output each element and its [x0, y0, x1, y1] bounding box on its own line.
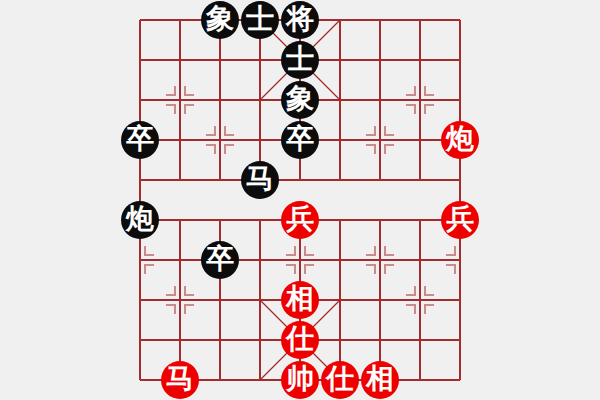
- point-7-9[interactable]: [400, 360, 440, 400]
- point-2-5[interactable]: [200, 200, 240, 240]
- point-3-8[interactable]: [240, 320, 280, 360]
- point-5-1[interactable]: [320, 40, 360, 80]
- point-3-3[interactable]: [240, 120, 280, 160]
- point-8-8[interactable]: [440, 320, 480, 360]
- point-8-0[interactable]: [440, 0, 480, 40]
- red-soldier[interactable]: 兵: [441, 201, 479, 239]
- point-6-5[interactable]: [360, 200, 400, 240]
- point-6-6[interactable]: [360, 240, 400, 280]
- point-7-7[interactable]: [400, 280, 440, 320]
- point-0-4[interactable]: [120, 160, 160, 200]
- point-7-1[interactable]: [400, 40, 440, 80]
- point-3-2[interactable]: [240, 80, 280, 120]
- point-8-3[interactable]: 炮: [440, 120, 480, 160]
- point-1-6[interactable]: [160, 240, 200, 280]
- point-7-8[interactable]: [400, 320, 440, 360]
- point-2-4[interactable]: [200, 160, 240, 200]
- point-7-3[interactable]: [400, 120, 440, 160]
- point-5-4[interactable]: [320, 160, 360, 200]
- red-advisor[interactable]: 仕: [321, 361, 359, 399]
- black-soldier[interactable]: 卒: [281, 121, 319, 159]
- point-6-7[interactable]: [360, 280, 400, 320]
- black-soldier[interactable]: 卒: [121, 121, 159, 159]
- black-cannon[interactable]: 炮: [121, 201, 159, 239]
- point-4-0[interactable]: 将: [280, 0, 320, 40]
- point-2-7[interactable]: [200, 280, 240, 320]
- point-3-6[interactable]: [240, 240, 280, 280]
- point-1-0[interactable]: [160, 0, 200, 40]
- point-8-7[interactable]: [440, 280, 480, 320]
- point-8-1[interactable]: [440, 40, 480, 80]
- point-8-2[interactable]: [440, 80, 480, 120]
- point-5-0[interactable]: [320, 0, 360, 40]
- red-elephant[interactable]: 相: [361, 361, 399, 399]
- red-advisor[interactable]: 仕: [281, 321, 319, 359]
- black-advisor[interactable]: 士: [241, 1, 279, 39]
- point-6-3[interactable]: [360, 120, 400, 160]
- point-8-6[interactable]: [440, 240, 480, 280]
- xiangqi-board: 象士将士象卒卒炮马炮兵兵卒相仕马帅仕相: [0, 0, 600, 400]
- black-elephant[interactable]: 象: [201, 1, 239, 39]
- point-8-9[interactable]: [440, 360, 480, 400]
- points-grid: 象士将士象卒卒炮马炮兵兵卒相仕马帅仕相: [120, 0, 480, 400]
- red-cannon[interactable]: 炮: [441, 121, 479, 159]
- point-1-7[interactable]: [160, 280, 200, 320]
- point-7-5[interactable]: [400, 200, 440, 240]
- point-6-2[interactable]: [360, 80, 400, 120]
- point-4-1[interactable]: 士: [280, 40, 320, 80]
- point-1-3[interactable]: [160, 120, 200, 160]
- point-3-1[interactable]: [240, 40, 280, 80]
- point-6-8[interactable]: [360, 320, 400, 360]
- point-3-9[interactable]: [240, 360, 280, 400]
- point-0-7[interactable]: [120, 280, 160, 320]
- point-4-7[interactable]: 相: [280, 280, 320, 320]
- point-1-8[interactable]: [160, 320, 200, 360]
- point-3-7[interactable]: [240, 280, 280, 320]
- point-2-2[interactable]: [200, 80, 240, 120]
- point-2-6[interactable]: 卒: [200, 240, 240, 280]
- point-4-2[interactable]: 象: [280, 80, 320, 120]
- point-0-6[interactable]: [120, 240, 160, 280]
- red-horse[interactable]: 马: [161, 361, 199, 399]
- point-5-3[interactable]: [320, 120, 360, 160]
- point-1-4[interactable]: [160, 160, 200, 200]
- point-3-5[interactable]: [240, 200, 280, 240]
- red-general[interactable]: 帅: [281, 361, 319, 399]
- point-6-0[interactable]: [360, 0, 400, 40]
- black-advisor[interactable]: 士: [281, 41, 319, 79]
- point-7-2[interactable]: [400, 80, 440, 120]
- point-5-6[interactable]: [320, 240, 360, 280]
- point-0-8[interactable]: [120, 320, 160, 360]
- point-5-9[interactable]: 仕: [320, 360, 360, 400]
- point-0-2[interactable]: [120, 80, 160, 120]
- point-8-4[interactable]: [440, 160, 480, 200]
- point-2-0[interactable]: 象: [200, 0, 240, 40]
- point-5-2[interactable]: [320, 80, 360, 120]
- point-1-9[interactable]: 马: [160, 360, 200, 400]
- point-4-3[interactable]: 卒: [280, 120, 320, 160]
- point-0-1[interactable]: [120, 40, 160, 80]
- point-7-4[interactable]: [400, 160, 440, 200]
- black-general[interactable]: 将: [281, 1, 319, 39]
- black-elephant[interactable]: 象: [281, 81, 319, 119]
- point-8-5[interactable]: 兵: [440, 200, 480, 240]
- point-1-2[interactable]: [160, 80, 200, 120]
- point-0-0[interactable]: [120, 0, 160, 40]
- point-4-4[interactable]: [280, 160, 320, 200]
- point-4-6[interactable]: [280, 240, 320, 280]
- point-5-8[interactable]: [320, 320, 360, 360]
- point-5-5[interactable]: [320, 200, 360, 240]
- point-6-1[interactable]: [360, 40, 400, 80]
- red-soldier[interactable]: 兵: [281, 201, 319, 239]
- point-0-3[interactable]: 卒: [120, 120, 160, 160]
- point-2-1[interactable]: [200, 40, 240, 80]
- point-4-5[interactable]: 兵: [280, 200, 320, 240]
- point-2-3[interactable]: [200, 120, 240, 160]
- red-elephant[interactable]: 相: [281, 281, 319, 319]
- point-4-9[interactable]: 帅: [280, 360, 320, 400]
- point-6-4[interactable]: [360, 160, 400, 200]
- point-6-9[interactable]: 相: [360, 360, 400, 400]
- point-1-5[interactable]: [160, 200, 200, 240]
- point-2-8[interactable]: [200, 320, 240, 360]
- point-7-0[interactable]: [400, 0, 440, 40]
- black-horse[interactable]: 马: [241, 161, 279, 199]
- black-soldier[interactable]: 卒: [201, 241, 239, 279]
- point-5-7[interactable]: [320, 280, 360, 320]
- point-0-9[interactable]: [120, 360, 160, 400]
- point-1-1[interactable]: [160, 40, 200, 80]
- point-7-6[interactable]: [400, 240, 440, 280]
- point-3-0[interactable]: 士: [240, 0, 280, 40]
- point-3-4[interactable]: 马: [240, 160, 280, 200]
- point-4-8[interactable]: 仕: [280, 320, 320, 360]
- point-2-9[interactable]: [200, 360, 240, 400]
- point-0-5[interactable]: 炮: [120, 200, 160, 240]
